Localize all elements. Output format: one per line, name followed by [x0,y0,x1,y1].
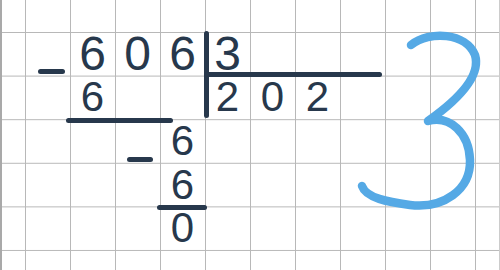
subtrahend2-digit: 6 [160,163,205,207]
remainder-digit: 0 [160,206,205,250]
graph-paper-sheet: 6 0 6 3 6 2 0 2 6 6 0 [0,0,500,270]
division-bracket-horizontal-line [204,72,382,77]
quotient-digit-ones: 2 [295,76,340,120]
minus-sign-2 [127,157,153,162]
dividend-digit-ones: 6 [160,32,205,76]
subtraction-line-1 [66,118,173,123]
paper-left-edge-line [0,0,2,270]
minus-sign-1 [38,69,65,74]
quotient-digit-tens: 0 [250,76,295,120]
subtrahend1-digit: 6 [70,76,115,120]
dividend-digit-tens: 0 [115,32,160,76]
quotient-digit-hundreds: 2 [205,76,250,120]
long-division-work-grid: 6 0 6 3 6 2 0 2 6 6 0 [25,32,475,250]
bring-down-digit: 6 [160,119,205,163]
dividend-digit-hundreds: 6 [70,32,115,76]
subtraction-line-2 [157,205,207,210]
divisor-digit: 3 [205,32,250,76]
